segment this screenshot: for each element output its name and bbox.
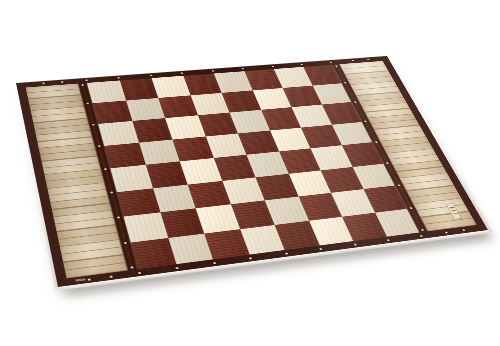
rivet-stud — [86, 103, 89, 105]
rivet-stud — [335, 65, 338, 67]
rivet-stud — [300, 64, 303, 66]
rivet-stud — [211, 70, 214, 72]
rivet-stud — [386, 162, 389, 164]
rivet-stud — [462, 229, 465, 231]
rivet-stud — [354, 101, 357, 103]
rivet-stud — [212, 262, 215, 264]
rivet-stud — [42, 82, 45, 84]
rivet-stud — [117, 216, 120, 218]
rivet-stud — [149, 75, 152, 77]
rivet-stud — [421, 229, 424, 231]
rivet-stud — [364, 120, 367, 122]
rivet-stud — [85, 79, 88, 81]
rivet-stud — [92, 123, 95, 125]
chessboard — [16, 56, 488, 287]
rivet-stud — [249, 257, 252, 259]
rivet-stud — [284, 252, 287, 254]
rivet-stud — [344, 82, 347, 84]
rivet-stud — [137, 271, 140, 273]
rivet-stud — [386, 239, 389, 241]
rivet-stud — [375, 141, 378, 143]
rivet-stud — [98, 145, 101, 147]
product-photo — [0, 0, 500, 346]
rivet-stud — [409, 207, 412, 209]
rivet-stud — [353, 243, 356, 245]
rivet-stud — [367, 59, 370, 60]
rivet-stud — [124, 242, 127, 244]
rivet-stud — [329, 61, 332, 63]
rivet-stud — [81, 84, 84, 86]
rivet-stud — [180, 72, 183, 74]
rivet-stud — [271, 66, 274, 68]
rivet-stud — [444, 231, 447, 233]
rivet-stud — [319, 248, 322, 250]
rivet-stud — [419, 235, 422, 237]
rivet-stud — [87, 278, 91, 281]
rivet-stud — [104, 168, 107, 170]
rivet-stud — [130, 266, 133, 268]
rivet-stud — [351, 60, 354, 62]
rivet-stud — [110, 191, 113, 193]
rivet-stud — [117, 77, 120, 79]
frame-print-mark — [75, 278, 85, 281]
rivet-stud — [397, 184, 400, 186]
rivet-stud — [61, 81, 64, 83]
rivet-stud — [109, 275, 112, 278]
rivet-stud — [241, 68, 244, 70]
rivet-stud — [175, 266, 178, 268]
